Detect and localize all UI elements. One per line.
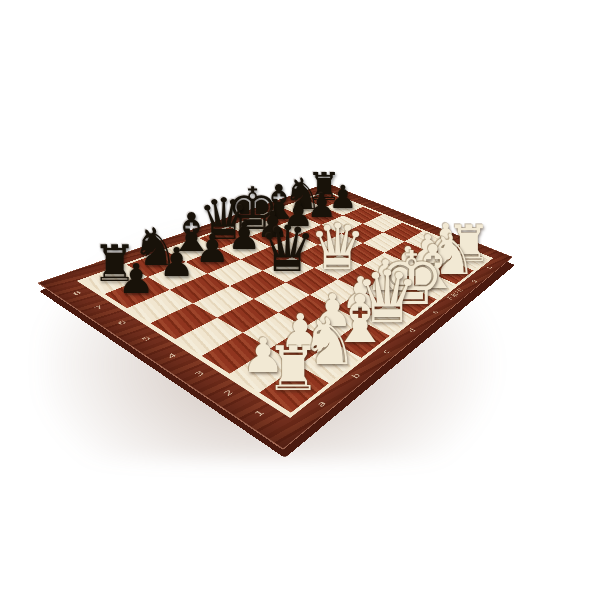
file-label-d: d [408, 328, 418, 334]
rank-label-7: 7 [93, 305, 105, 311]
rank-label-4: 4 [166, 352, 179, 360]
chess-set-product-photo: 87654321 abcdefgh FIDE ♜♞♝♛♚♝♞♜♟♟♟♟♟♟♟♟♛… [0, 0, 600, 600]
file-label-a: a [316, 400, 328, 409]
rank-label-2: 2 [222, 389, 235, 398]
file-label-h: h [486, 266, 494, 270]
file-label-e: e [431, 309, 440, 314]
file-label-c: c [381, 349, 391, 355]
rank-label-1: 1 [253, 409, 267, 418]
file-label-g: g [470, 279, 478, 283]
rank-label-3: 3 [193, 370, 206, 378]
file-label-b: b [351, 372, 363, 380]
rank-label-8: 8 [71, 291, 83, 297]
rank-label-5: 5 [140, 335, 152, 342]
rank-label-6: 6 [116, 320, 128, 327]
